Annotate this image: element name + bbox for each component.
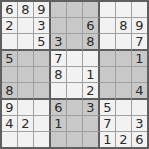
cell-r5c9[interactable] (132, 67, 147, 83)
board-row-3: 5387 (2, 34, 147, 51)
cell-r4c9[interactable]: 1 (132, 51, 147, 67)
cell-r4c4[interactable]: 7 (51, 51, 67, 67)
cell-r8c6[interactable] (83, 116, 100, 132)
cell-r4c2[interactable] (18, 51, 34, 67)
cell-r3c8[interactable] (116, 34, 132, 51)
cell-r2c3[interactable]: 3 (34, 18, 51, 34)
cell-r1c1[interactable]: 6 (2, 2, 18, 18)
cell-r9c8[interactable]: 2 (116, 132, 132, 147)
cell-r2c1[interactable]: 2 (2, 18, 18, 34)
cell-r8c5[interactable] (67, 116, 83, 132)
cell-r2c7[interactable] (100, 18, 116, 34)
cell-r6c5[interactable] (67, 83, 83, 100)
cell-r9c5[interactable] (67, 132, 83, 147)
cell-r2c5[interactable] (67, 18, 83, 34)
cell-r1c5[interactable] (67, 2, 83, 18)
cell-r3c3[interactable]: 5 (34, 34, 51, 51)
cell-r4c5[interactable] (67, 51, 83, 67)
cell-r5c7[interactable] (100, 67, 116, 83)
cell-r6c2[interactable] (18, 83, 34, 100)
cell-r1c3[interactable]: 9 (34, 2, 51, 18)
cell-r7c1[interactable]: 9 (2, 100, 18, 116)
cell-r7c7[interactable]: 5 (100, 100, 116, 116)
cell-r5c1[interactable] (2, 67, 18, 83)
cell-r5c6[interactable]: 1 (83, 67, 100, 83)
cell-r9c2[interactable] (18, 132, 34, 147)
cell-r7c6[interactable]: 3 (83, 100, 100, 116)
cell-r4c7[interactable] (100, 51, 116, 67)
cell-r1c4[interactable] (51, 2, 67, 18)
cell-r2c2[interactable] (18, 18, 34, 34)
cell-r6c7[interactable] (100, 83, 116, 100)
cell-r3c5[interactable] (67, 34, 83, 51)
board-row-1: 689 (2, 2, 147, 18)
cell-r2c4[interactable] (51, 18, 67, 34)
cell-r3c6[interactable]: 8 (83, 34, 100, 51)
cell-r3c1[interactable] (2, 34, 18, 51)
cell-r5c4[interactable]: 8 (51, 67, 67, 83)
cell-r7c9[interactable] (132, 100, 147, 116)
cell-r4c6[interactable] (83, 51, 100, 67)
cell-r7c8[interactable] (116, 100, 132, 116)
cell-r5c5[interactable] (67, 67, 83, 83)
cell-r6c8[interactable] (116, 83, 132, 100)
cell-r3c4[interactable]: 3 (51, 34, 67, 51)
cell-r6c4[interactable] (51, 83, 67, 100)
cell-r2c9[interactable]: 9 (132, 18, 147, 34)
cell-r8c9[interactable]: 3 (132, 116, 147, 132)
cell-r9c9[interactable]: 6 (132, 132, 147, 147)
cell-r7c2[interactable] (18, 100, 34, 116)
cell-r8c2[interactable]: 2 (18, 116, 34, 132)
cell-r1c6[interactable] (83, 2, 100, 18)
cell-r9c6[interactable] (83, 132, 100, 147)
cell-r8c4[interactable]: 1 (51, 116, 67, 132)
cell-r6c6[interactable]: 2 (83, 83, 100, 100)
cell-r9c3[interactable] (34, 132, 51, 147)
board-row-7: 9635 (2, 100, 147, 116)
cell-r9c4[interactable] (51, 132, 67, 147)
cell-r1c7[interactable] (100, 2, 116, 18)
cell-r1c2[interactable]: 8 (18, 2, 34, 18)
cell-r3c2[interactable] (18, 34, 34, 51)
cell-r5c8[interactable] (116, 67, 132, 83)
cell-r6c1[interactable]: 8 (2, 83, 18, 100)
cell-r5c3[interactable] (34, 67, 51, 83)
board-row-2: 23689 (2, 18, 147, 34)
cell-r7c4[interactable]: 6 (51, 100, 67, 116)
cell-r9c1[interactable] (2, 132, 18, 147)
cell-r4c3[interactable] (34, 51, 51, 67)
cell-r8c8[interactable] (116, 116, 132, 132)
cell-r5c2[interactable] (18, 67, 34, 83)
cell-r9c7[interactable]: 1 (100, 132, 116, 147)
sudoku-board: 68923689538757181824963542173126 (0, 0, 149, 149)
cell-r7c3[interactable] (34, 100, 51, 116)
board-row-5: 81 (2, 67, 147, 83)
cell-r6c3[interactable] (34, 83, 51, 100)
cell-r1c8[interactable] (116, 2, 132, 18)
cell-r2c6[interactable]: 6 (83, 18, 100, 34)
board-row-9: 126 (2, 132, 147, 147)
cell-r8c1[interactable]: 4 (2, 116, 18, 132)
cell-r4c8[interactable] (116, 51, 132, 67)
cell-r2c8[interactable]: 8 (116, 18, 132, 34)
cell-r3c7[interactable] (100, 34, 116, 51)
cell-r3c9[interactable]: 7 (132, 34, 147, 51)
cell-r6c9[interactable]: 4 (132, 83, 147, 100)
cell-r7c5[interactable] (67, 100, 83, 116)
cell-r8c3[interactable] (34, 116, 51, 132)
cell-r8c7[interactable]: 7 (100, 116, 116, 132)
cell-r1c9[interactable] (132, 2, 147, 18)
board-row-8: 42173 (2, 116, 147, 132)
board-row-6: 824 (2, 83, 147, 100)
cell-r4c1[interactable]: 5 (2, 51, 18, 67)
board-row-4: 571 (2, 51, 147, 67)
